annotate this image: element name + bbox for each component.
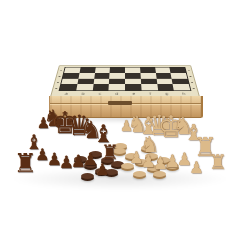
dark-king: ♚ <box>52 108 79 138</box>
dark-pawn: ♟ <box>35 147 49 163</box>
light-bishop: ♝ <box>138 114 160 138</box>
light-rook: ♜ <box>209 152 227 172</box>
dark-queen: ♛ <box>67 112 92 140</box>
dark-pawn: ♟ <box>37 116 50 131</box>
pieces-layer: ♟♞♚♛♞♝♝♜♟♟♟♟♟♜♟♟♞♝♛♚♞♝♞♜♟♟♟♟♟♟♜ <box>0 0 240 240</box>
light-pawn: ♟ <box>165 153 180 170</box>
dark-bishop: ♝ <box>25 132 43 152</box>
dark-rook: ♜ <box>14 150 37 176</box>
light-rook: ♜ <box>194 134 217 160</box>
light-pawn: ♟ <box>153 155 168 172</box>
light-pawn: ♟ <box>141 153 156 170</box>
dark-pawn: ♟ <box>47 151 62 168</box>
light-king: ♚ <box>158 112 185 142</box>
dark-knight: ♞ <box>43 107 64 130</box>
dark-pawn: ♟ <box>83 151 98 168</box>
light-pawn: ♟ <box>129 150 143 166</box>
light-pawn: ♟ <box>177 151 192 168</box>
light-bishop: ♝ <box>184 122 204 144</box>
light-pawn: ♟ <box>189 160 203 176</box>
dark-bishop: ♝ <box>93 122 115 146</box>
light-knight: ♞ <box>140 134 160 156</box>
dark-pawn: ♟ <box>71 153 86 170</box>
dark-pawn: ♟ <box>95 162 109 178</box>
dark-knight: ♞ <box>81 118 103 142</box>
light-pawn: ♟ <box>120 119 133 134</box>
dark-rook: ♜ <box>101 142 119 162</box>
light-knight: ♞ <box>127 113 148 136</box>
dark-pawn: ♟ <box>59 154 74 171</box>
light-queen: ♛ <box>147 112 172 140</box>
chess-set-photo: abcdefgh ♟♞♚♛♞♝♝♜♟♟♟♟♟♜♟♟♞♝♛♚♞♝♞♜♟♟♟♟♟♟♜ <box>0 0 240 240</box>
light-knight: ♞ <box>173 114 195 138</box>
